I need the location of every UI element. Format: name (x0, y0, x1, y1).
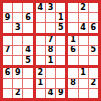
cell-r7c1[interactable]: 6 (3, 68, 12, 77)
cell-r9c7[interactable] (68, 89, 77, 98)
cell-r1c9[interactable] (89, 3, 98, 12)
cell-r7c6[interactable] (56, 68, 65, 77)
cell-r1c1[interactable] (3, 3, 12, 12)
cell-r6c7[interactable] (68, 56, 77, 65)
cell-r8c3[interactable] (23, 79, 32, 88)
cell-r8c2[interactable] (13, 79, 22, 88)
cell-r8c9[interactable]: 2 (89, 79, 98, 88)
cell-r8c4[interactable]: 1 (36, 79, 45, 88)
cell-r9c3[interactable] (23, 89, 32, 98)
cell-r3c9[interactable]: 6 (89, 23, 98, 32)
cell-r5c6[interactable] (56, 46, 65, 55)
sudoku-block-5: 781 (36, 36, 66, 66)
cell-r8c7[interactable]: 8 (68, 79, 77, 88)
cell-r8c5[interactable] (46, 79, 55, 88)
cell-r4c2[interactable] (13, 36, 22, 45)
cell-r5c2[interactable] (13, 46, 22, 55)
cell-r2c5[interactable] (46, 13, 55, 22)
cell-r3c5[interactable] (46, 23, 55, 32)
cell-r2c1[interactable]: 9 (3, 13, 12, 22)
cell-r5c4[interactable] (36, 46, 45, 55)
cell-r1c3[interactable] (23, 3, 32, 12)
sudoku-block-2: 4315 (36, 3, 66, 33)
sudoku-block-6: 165 (68, 36, 98, 66)
cell-r3c7[interactable] (68, 23, 77, 32)
cell-r1c2[interactable] (13, 3, 22, 12)
cell-r4c9[interactable] (89, 36, 98, 45)
cell-r6c2[interactable] (13, 56, 22, 65)
cell-r3c1[interactable] (3, 23, 12, 32)
cell-r4c3[interactable] (23, 36, 32, 45)
cell-r6c5[interactable]: 1 (46, 56, 55, 65)
cell-r5c7[interactable]: 6 (68, 46, 77, 55)
cell-r6c6[interactable] (56, 56, 65, 65)
cell-r1c4[interactable]: 4 (36, 3, 45, 12)
sudoku-board: 96343152467457811656922149182 (0, 0, 101, 101)
cell-r9c4[interactable] (36, 89, 45, 98)
cell-r3c8[interactable]: 4 (79, 23, 88, 32)
cell-r4c8[interactable] (79, 36, 88, 45)
cell-r9c1[interactable] (3, 89, 12, 98)
cell-r4c7[interactable]: 1 (68, 36, 77, 45)
cell-r9c5[interactable]: 4 (46, 89, 55, 98)
sudoku-block-8: 2149 (36, 68, 66, 98)
cell-r9c9[interactable] (89, 89, 98, 98)
cell-r7c9[interactable] (89, 68, 98, 77)
cell-r4c1[interactable] (3, 36, 12, 45)
cell-r2c9[interactable] (89, 13, 98, 22)
cell-r7c2[interactable]: 9 (13, 68, 22, 77)
sudoku-block-4: 745 (3, 36, 33, 66)
cell-r7c4[interactable]: 2 (36, 68, 45, 77)
cell-r2c2[interactable] (13, 13, 22, 22)
cell-r2c3[interactable]: 6 (23, 13, 32, 22)
cell-r9c2[interactable]: 2 (13, 89, 22, 98)
cell-r3c4[interactable] (36, 23, 45, 32)
cell-r3c2[interactable]: 3 (13, 23, 22, 32)
cell-r7c8[interactable]: 1 (79, 68, 88, 77)
cell-r3c3[interactable] (23, 23, 32, 32)
cell-r1c8[interactable]: 2 (79, 3, 88, 12)
cell-r9c6[interactable]: 9 (56, 89, 65, 98)
cell-r4c4[interactable] (36, 36, 45, 45)
cell-r9c8[interactable] (79, 89, 88, 98)
cell-r7c7[interactable] (68, 68, 77, 77)
sudoku-block-7: 692 (3, 68, 33, 98)
cell-r5c3[interactable]: 4 (23, 46, 32, 55)
cell-r8c8[interactable] (79, 79, 88, 88)
cell-r7c5[interactable] (46, 68, 55, 77)
cell-r8c6[interactable] (56, 79, 65, 88)
cell-r2c6[interactable]: 1 (56, 13, 65, 22)
cell-r6c8[interactable] (79, 56, 88, 65)
cell-r4c5[interactable]: 7 (46, 36, 55, 45)
cell-r1c6[interactable] (56, 3, 65, 12)
cell-r3c6[interactable]: 5 (56, 23, 65, 32)
cell-r6c3[interactable]: 5 (23, 56, 32, 65)
cell-r5c8[interactable] (79, 46, 88, 55)
cell-r1c5[interactable]: 3 (46, 3, 55, 12)
sudoku-block-1: 963 (3, 3, 33, 33)
sudoku-block-9: 182 (68, 68, 98, 98)
cell-r5c9[interactable]: 5 (89, 46, 98, 55)
cell-r5c5[interactable]: 8 (46, 46, 55, 55)
cell-r6c4[interactable] (36, 56, 45, 65)
cell-r6c1[interactable] (3, 56, 12, 65)
cell-r7c3[interactable] (23, 68, 32, 77)
cell-r2c4[interactable] (36, 13, 45, 22)
sudoku-block-3: 246 (68, 3, 98, 33)
cell-r5c1[interactable]: 7 (3, 46, 12, 55)
cell-r1c7[interactable] (68, 3, 77, 12)
cell-r8c1[interactable] (3, 79, 12, 88)
cell-r2c8[interactable] (79, 13, 88, 22)
cell-r2c7[interactable] (68, 13, 77, 22)
cell-r4c6[interactable] (56, 36, 65, 45)
cell-r6c9[interactable] (89, 56, 98, 65)
